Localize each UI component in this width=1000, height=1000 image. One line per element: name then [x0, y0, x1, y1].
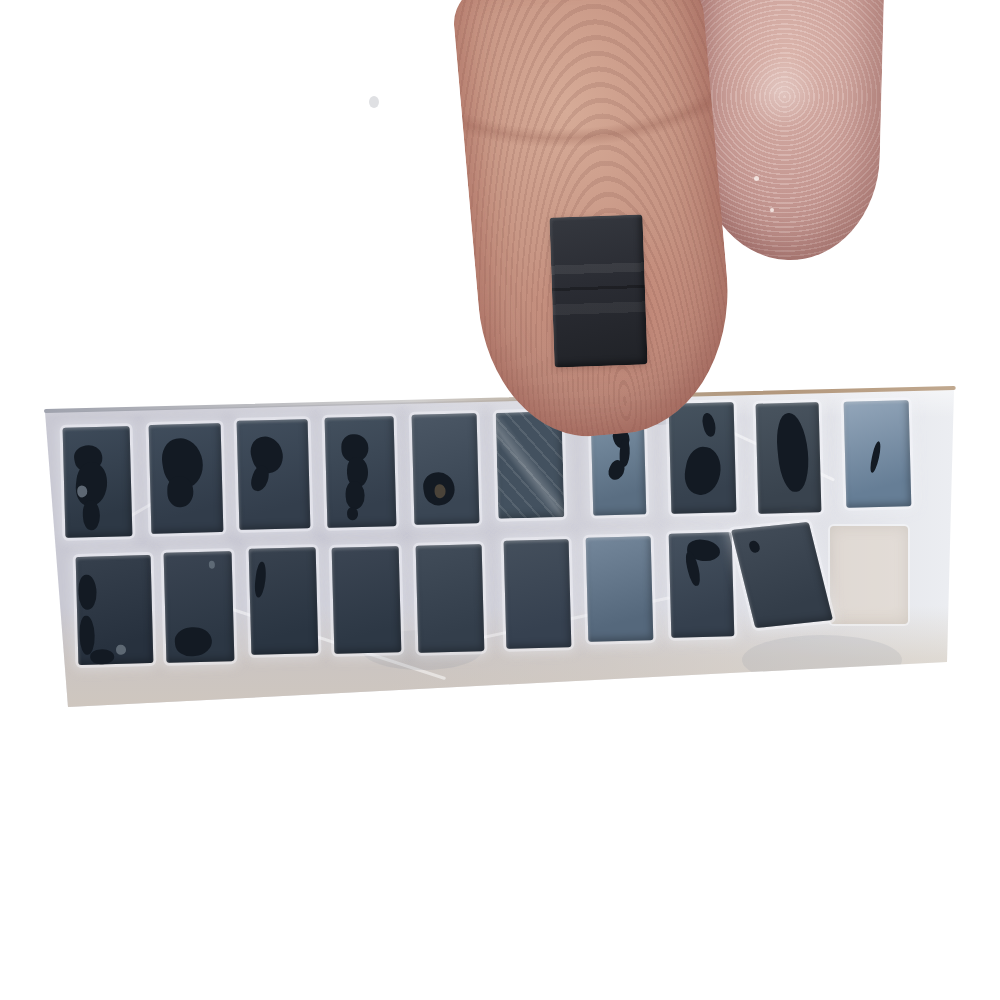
- chip-mark: [78, 575, 97, 610]
- chip-mark: [701, 412, 717, 438]
- chip-mark: [748, 540, 761, 553]
- strip-chip-B6: [504, 539, 572, 649]
- photo-scene: [0, 0, 1000, 1000]
- strip-chip-T2: [149, 423, 224, 534]
- strip-chip-T4: [325, 416, 397, 528]
- chip-mark: [869, 441, 883, 474]
- chip-carrier-tape: [42, 385, 957, 710]
- empty-chip-slot: [830, 526, 908, 624]
- chip-mark: [254, 561, 268, 598]
- strip-chip-T8: [669, 402, 737, 514]
- chip-mark: [116, 645, 126, 655]
- strip-chip-T9: [756, 402, 822, 514]
- strip-chip-B5: [416, 544, 485, 653]
- chip-mark: [79, 616, 95, 655]
- strip-chip-B4: [332, 546, 402, 654]
- chip-mark: [347, 507, 358, 520]
- strip-chip-B2: [164, 551, 235, 663]
- strip-chip-B1: [76, 555, 154, 665]
- dust-speck: [369, 96, 379, 108]
- strip-chip-T3: [237, 419, 311, 530]
- strip-chip-T10: [844, 400, 912, 508]
- chip-mark: [90, 649, 114, 665]
- chip-mark: [173, 625, 212, 657]
- chip-mark: [167, 476, 194, 507]
- chip-mark: [435, 484, 446, 497]
- tape-smudge: [742, 635, 902, 685]
- chip-mark: [83, 500, 101, 531]
- chip-mark: [209, 561, 215, 569]
- strip-chip-T5: [412, 413, 480, 525]
- skin-fleck: [754, 176, 759, 181]
- strip-chip-B8: [669, 532, 735, 638]
- strip-chip-B9: [731, 522, 833, 628]
- strip-chip-T1: [63, 426, 133, 538]
- strip-chip-B7: [586, 536, 654, 642]
- chip-mark: [345, 481, 365, 510]
- strip-chip-B3: [249, 547, 319, 655]
- chip-mark: [681, 444, 724, 498]
- held-chip: [549, 214, 647, 367]
- skin-fleck: [770, 208, 774, 212]
- chip-mark: [774, 412, 812, 494]
